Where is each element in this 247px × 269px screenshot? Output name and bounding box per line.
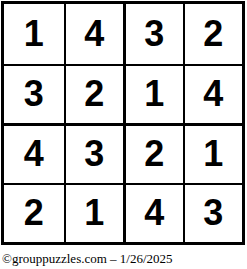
cell-r2c0: 4 — [4, 123, 64, 183]
cell-r2c3: 1 — [183, 123, 243, 183]
cell-r1c1: 2 — [64, 64, 124, 124]
cell-r0c0: 1 — [4, 4, 64, 64]
cell-r3c1: 1 — [64, 183, 124, 243]
cell-r3c0: 2 — [4, 183, 64, 243]
sudoku-puzzle-page: 1 4 3 2 3 2 1 4 4 3 2 1 2 1 4 3 ©grouppu… — [0, 0, 247, 269]
cell-r2c2: 2 — [123, 123, 183, 183]
cell-r1c0: 3 — [4, 64, 64, 124]
cell-r1c3: 4 — [183, 64, 243, 124]
cell-r3c3: 3 — [183, 183, 243, 243]
cell-r0c2: 3 — [123, 4, 183, 64]
cell-r1c2: 1 — [123, 64, 183, 124]
sudoku-board: 1 4 3 2 3 2 1 4 4 3 2 1 2 1 4 3 — [1, 1, 245, 245]
cell-r2c1: 3 — [64, 123, 124, 183]
cell-r0c1: 4 — [64, 4, 124, 64]
cell-r0c3: 2 — [183, 4, 243, 64]
cell-r3c2: 4 — [123, 183, 183, 243]
credit-text: ©grouppuzzles.com – 1/26/2025 — [2, 251, 173, 267]
